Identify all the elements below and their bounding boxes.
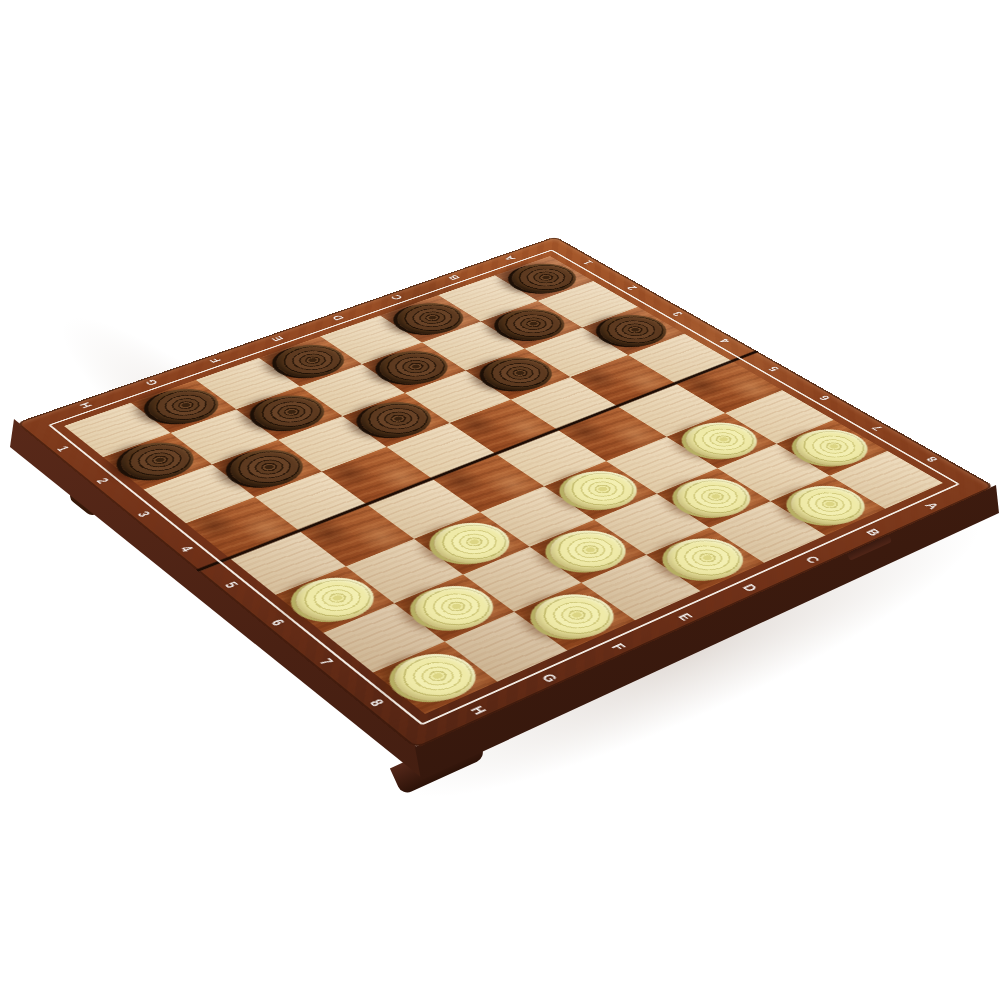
checkers-board: AABBCCDDEEFFGGHH1122334455667788 [16, 236, 995, 748]
product-photo-stage: AABBCCDDEEFFGGHH1122334455667788 [0, 0, 1000, 1000]
